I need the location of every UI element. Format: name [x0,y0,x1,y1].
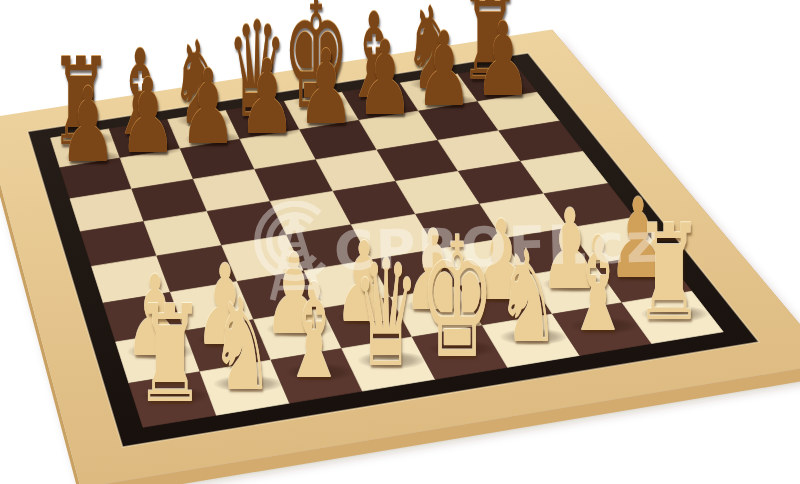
chess-board [0,0,800,484]
chess-set-photo: ♜♞♟♝♟♚♟♛♟♞♝♟♜♟♟♟♟♟♟♟♜♟♝♟♞♟♚♟♛♝♞♜ CPROFI.… [0,0,800,484]
